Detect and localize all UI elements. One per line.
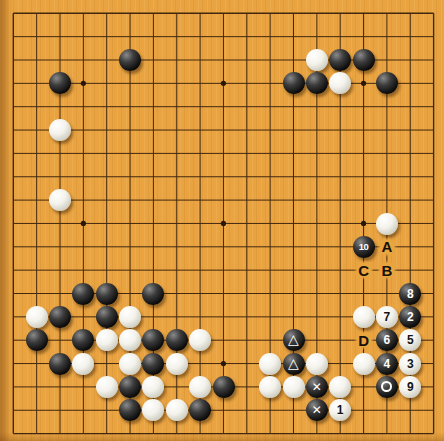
stone-white-move-3: 3: [399, 353, 421, 375]
stone-black: [213, 376, 235, 398]
stone-black: [166, 329, 188, 351]
stone-white: [306, 353, 328, 375]
star-point: [361, 221, 366, 226]
stone-black-x-marked: ✕: [306, 376, 328, 398]
star-point: [81, 81, 86, 86]
stone-black: [119, 49, 141, 71]
stone-black-move-10: 10: [353, 236, 375, 258]
stone-black-triangle-marked: △: [283, 329, 305, 351]
stone-black: [96, 306, 118, 328]
star-point: [221, 81, 226, 86]
stone-black: [49, 353, 71, 375]
stone-white: [306, 49, 328, 71]
stone-white: [119, 353, 141, 375]
stone-black: [49, 306, 71, 328]
stone-white: [26, 306, 48, 328]
stone-black-move-6: 6: [376, 329, 398, 351]
x-mark-icon: ✕: [312, 381, 322, 393]
stone-white: [353, 353, 375, 375]
stone-white-move-7: 7: [376, 306, 398, 328]
point-label-d[interactable]: D: [354, 330, 374, 350]
stone-white: [49, 189, 71, 211]
x-mark-icon: ✕: [312, 404, 322, 416]
star-point: [361, 81, 366, 86]
point-label-a[interactable]: A: [377, 237, 397, 257]
stone-white: [283, 376, 305, 398]
circle-mark-icon: [381, 381, 392, 392]
triangle-mark-icon: △: [288, 332, 299, 346]
triangle-mark-icon: △: [288, 356, 299, 370]
stone-white: [259, 376, 281, 398]
stone-white: [329, 376, 351, 398]
stone-black-triangle-marked: △: [283, 353, 305, 375]
stone-white: [259, 353, 281, 375]
move-number: 8: [407, 288, 414, 300]
stone-black: [353, 49, 375, 71]
stone-black: [283, 72, 305, 94]
move-number: 7: [384, 311, 391, 323]
stone-black-move-4: 4: [376, 353, 398, 375]
move-number: 1: [337, 404, 344, 416]
stone-black: [26, 329, 48, 351]
star-point: [81, 221, 86, 226]
point-label-b[interactable]: B: [377, 260, 397, 280]
stone-white: [49, 119, 71, 141]
point-label-c[interactable]: C: [354, 260, 374, 280]
stone-white: [96, 329, 118, 351]
move-number: 5: [407, 334, 414, 346]
stone-black: [96, 283, 118, 305]
stone-black: [142, 353, 164, 375]
move-number: 10: [359, 242, 369, 252]
stone-black: [142, 283, 164, 305]
stone-black-circle-marked: [376, 376, 398, 398]
stone-white: [72, 353, 94, 375]
move-number: 2: [407, 311, 414, 323]
stone-black: [119, 376, 141, 398]
move-number: 6: [384, 334, 391, 346]
move-number: 4: [384, 358, 391, 370]
stone-white: [96, 376, 118, 398]
stone-black-move-8: 8: [399, 283, 421, 305]
stone-black: [72, 283, 94, 305]
star-point: [221, 361, 226, 366]
stone-white: [353, 306, 375, 328]
stone-white: [119, 306, 141, 328]
stone-white: [189, 376, 211, 398]
move-number: 3: [407, 358, 414, 370]
stone-white: [166, 353, 188, 375]
stone-white: [166, 399, 188, 421]
move-number: 9: [407, 381, 414, 393]
stone-white: [376, 213, 398, 235]
star-point: [221, 221, 226, 226]
go-board[interactable]: 10872△65△43✕9✕1ABCD: [0, 0, 444, 441]
